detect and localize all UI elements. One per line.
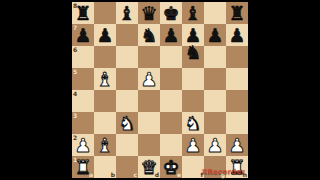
square-a5[interactable]: 5 [72,68,94,90]
square-d6[interactable] [138,46,160,68]
square-g7[interactable]: ♟ [204,24,226,46]
square-g6[interactable] [204,46,226,68]
video-frame: 8♜♝♛♚♝♜7♟♟♞♟♟♟♟6♞5♝♟43♞♞2♟♝♟♟♟1a♜bcd♛e♚f… [0,0,320,180]
square-g2[interactable]: ♟ [204,134,226,156]
file-label-f: f [200,171,203,178]
square-a3[interactable]: 3 [72,112,94,134]
square-e7[interactable]: ♟ [160,24,182,46]
square-d5[interactable]: ♟ [138,68,160,90]
black-pawn-piece: ♟ [226,24,248,46]
square-f6[interactable]: ♞ [182,46,204,68]
square-b4[interactable] [94,90,116,112]
white-pawn-piece: ♟ [226,134,248,156]
square-a1[interactable]: 1a♜ [72,156,94,178]
square-f5[interactable] [182,68,204,90]
square-b7[interactable]: ♟ [94,24,116,46]
white-pawn-piece: ♟ [204,134,226,156]
square-f8[interactable]: ♝ [182,2,204,24]
square-h1[interactable]: h♜ [226,156,248,178]
square-d7[interactable]: ♞ [138,24,160,46]
square-e5[interactable] [160,68,182,90]
square-a8[interactable]: 8♜ [72,2,94,24]
square-h2[interactable]: ♟ [226,134,248,156]
square-b1[interactable]: b [94,156,116,178]
square-c4[interactable] [116,90,138,112]
white-knight-piece: ♞ [182,112,204,134]
square-c1[interactable]: c [116,156,138,178]
white-bishop-piece: ♝ [94,68,116,90]
file-label-h: h [243,171,247,178]
black-pawn-piece: ♟ [94,24,116,46]
rank-label-7: 7 [73,24,77,31]
black-pawn-piece: ♟ [204,24,226,46]
black-king-piece: ♚ [160,2,182,24]
square-b3[interactable] [94,112,116,134]
square-h8[interactable]: ♜ [226,2,248,24]
square-e4[interactable] [160,90,182,112]
rank-label-6: 6 [73,46,77,53]
file-label-e: e [177,171,181,178]
black-bishop-piece: ♝ [116,2,138,24]
square-b2[interactable]: ♝ [94,134,116,156]
letterbox-right [248,0,320,180]
square-f2[interactable]: ♟ [182,134,204,156]
square-e8[interactable]: ♚ [160,2,182,24]
square-b6[interactable] [94,46,116,68]
square-h6[interactable] [226,46,248,68]
white-pawn-piece: ♟ [138,68,160,90]
square-e2[interactable] [160,134,182,156]
square-d2[interactable] [138,134,160,156]
black-rook-piece: ♜ [226,2,248,24]
square-g5[interactable] [204,68,226,90]
square-b5[interactable]: ♝ [94,68,116,90]
square-f7[interactable]: ♟ [182,24,204,46]
square-h7[interactable]: ♟ [226,24,248,46]
file-label-d: d [155,171,159,178]
rank-label-2: 2 [73,134,77,141]
file-label-g: g [221,171,225,178]
rank-label-4: 4 [73,90,77,97]
square-h4[interactable] [226,90,248,112]
square-c2[interactable] [116,134,138,156]
file-label-b: b [111,171,115,178]
file-label-c: c [133,171,137,178]
square-c7[interactable] [116,24,138,46]
black-knight-piece: ♞ [138,24,160,46]
white-pawn-piece: ♟ [182,134,204,156]
letterbox-left [0,0,72,180]
square-f4[interactable] [182,90,204,112]
square-f1[interactable]: f [182,156,204,178]
rank-label-1: 1 [73,156,77,163]
square-a7[interactable]: 7♟ [72,24,94,46]
square-e1[interactable]: e♚ [160,156,182,178]
square-g4[interactable] [204,90,226,112]
rank-label-8: 8 [73,2,77,9]
rank-label-5: 5 [73,68,77,75]
square-g8[interactable] [204,2,226,24]
black-pawn-piece: ♟ [182,24,204,46]
square-d8[interactable]: ♛ [138,2,160,24]
square-c5[interactable] [116,68,138,90]
square-g1[interactable]: g [204,156,226,178]
square-a6[interactable]: 6 [72,46,94,68]
square-f3[interactable]: ♞ [182,112,204,134]
white-bishop-piece: ♝ [94,134,116,156]
square-b8[interactable] [94,2,116,24]
square-a4[interactable]: 4 [72,90,94,112]
white-knight-piece: ♞ [116,112,138,134]
square-c8[interactable]: ♝ [116,2,138,24]
black-bishop-piece: ♝ [182,2,204,24]
square-g3[interactable] [204,112,226,134]
square-d1[interactable]: d♛ [138,156,160,178]
square-e3[interactable] [160,112,182,134]
black-queen-piece: ♛ [138,2,160,24]
square-c3[interactable]: ♞ [116,112,138,134]
square-h5[interactable] [226,68,248,90]
square-e6[interactable] [160,46,182,68]
chess-board: 8♜♝♛♚♝♜7♟♟♞♟♟♟♟6♞5♝♟43♞♞2♟♝♟♟♟1a♜bcd♛e♚f… [72,2,248,178]
rank-label-3: 3 [73,112,77,119]
square-h3[interactable] [226,112,248,134]
square-a2[interactable]: 2♟ [72,134,94,156]
square-d3[interactable] [138,112,160,134]
square-d4[interactable] [138,90,160,112]
file-label-a: a [89,171,93,178]
square-c6[interactable] [116,46,138,68]
black-pawn-piece: ♟ [160,24,182,46]
